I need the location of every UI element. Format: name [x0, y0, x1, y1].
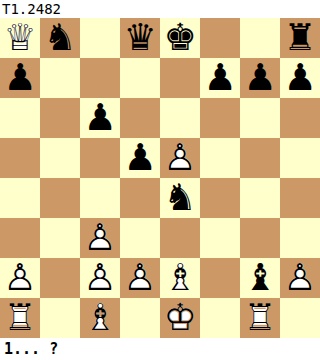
- square-g8[interactable]: [240, 18, 280, 58]
- square-d4[interactable]: [120, 178, 160, 218]
- piece-white-bishop: ♝♗: [80, 298, 120, 338]
- square-h1[interactable]: [280, 298, 320, 338]
- piece-outline: ♗: [80, 298, 120, 338]
- square-d2[interactable]: ♟♙: [120, 258, 160, 298]
- square-h3[interactable]: [280, 218, 320, 258]
- piece-white-pawn: ♟♙: [120, 258, 160, 298]
- square-f2[interactable]: [200, 258, 240, 298]
- square-b4[interactable]: [40, 178, 80, 218]
- piece-white-rook: ♜♖: [0, 298, 40, 338]
- square-c8[interactable]: [80, 18, 120, 58]
- square-c7[interactable]: [80, 58, 120, 98]
- piece-white-pawn: ♟♙: [160, 138, 200, 178]
- square-e6[interactable]: [160, 98, 200, 138]
- puzzle-id: T1.2482: [0, 1, 61, 17]
- square-e4[interactable]: ♞: [160, 178, 200, 218]
- square-f4[interactable]: [200, 178, 240, 218]
- square-d5[interactable]: ♟: [120, 138, 160, 178]
- piece-outline: ♗: [160, 258, 200, 298]
- square-d6[interactable]: [120, 98, 160, 138]
- piece-white-pawn: ♟♙: [80, 258, 120, 298]
- piece-outline: ♔: [160, 298, 200, 338]
- piece-white-pawn: ♟♙: [0, 258, 40, 298]
- piece-outline: ♙: [80, 258, 120, 298]
- square-f5[interactable]: [200, 138, 240, 178]
- piece-black-pawn: ♟: [80, 98, 120, 138]
- square-e7[interactable]: [160, 58, 200, 98]
- piece-black-knight: ♞: [40, 18, 80, 58]
- piece-black-pawn: ♟: [0, 58, 40, 98]
- piece-black-rook: ♜: [280, 18, 320, 58]
- square-b7[interactable]: [40, 58, 80, 98]
- square-a7[interactable]: ♟: [0, 58, 40, 98]
- square-b6[interactable]: [40, 98, 80, 138]
- piece-outline: ♙: [80, 218, 120, 258]
- piece-outline: ♕: [0, 18, 40, 58]
- square-d8[interactable]: ♛: [120, 18, 160, 58]
- square-a3[interactable]: [0, 218, 40, 258]
- square-g6[interactable]: [240, 98, 280, 138]
- piece-black-bishop: ♝: [240, 258, 280, 298]
- square-h6[interactable]: [280, 98, 320, 138]
- square-c3[interactable]: ♟♙: [80, 218, 120, 258]
- square-e1[interactable]: ♚♔: [160, 298, 200, 338]
- square-b1[interactable]: [40, 298, 80, 338]
- square-b5[interactable]: [40, 138, 80, 178]
- piece-outline: ♙: [160, 138, 200, 178]
- square-a8[interactable]: ♛♕: [0, 18, 40, 58]
- piece-white-rook: ♜♖: [240, 298, 280, 338]
- square-h8[interactable]: ♜: [280, 18, 320, 58]
- piece-black-pawn: ♟: [280, 58, 320, 98]
- square-g3[interactable]: [240, 218, 280, 258]
- square-b3[interactable]: [40, 218, 80, 258]
- piece-black-pawn: ♟: [200, 58, 240, 98]
- piece-black-king: ♚: [160, 18, 200, 58]
- chess-board: ♛♕♞♛♚♜♟♟♟♟♟♟♟♙♞♟♙♟♙♟♙♟♙♝♗♝♟♙♜♖♝♗♚♔♜♖: [0, 18, 320, 338]
- piece-black-knight: ♞: [160, 178, 200, 218]
- square-h2[interactable]: ♟♙: [280, 258, 320, 298]
- square-a1[interactable]: ♜♖: [0, 298, 40, 338]
- square-f6[interactable]: [200, 98, 240, 138]
- square-h5[interactable]: [280, 138, 320, 178]
- square-b2[interactable]: [40, 258, 80, 298]
- square-h7[interactable]: ♟: [280, 58, 320, 98]
- square-a5[interactable]: [0, 138, 40, 178]
- piece-black-pawn: ♟: [120, 138, 160, 178]
- piece-outline: ♙: [280, 258, 320, 298]
- square-f1[interactable]: [200, 298, 240, 338]
- square-d7[interactable]: [120, 58, 160, 98]
- piece-black-queen: ♛: [120, 18, 160, 58]
- piece-white-king: ♚♔: [160, 298, 200, 338]
- piece-outline: ♙: [120, 258, 160, 298]
- status-bar: 1... ?: [0, 338, 320, 360]
- square-c6[interactable]: ♟: [80, 98, 120, 138]
- piece-white-bishop: ♝♗: [160, 258, 200, 298]
- square-a6[interactable]: [0, 98, 40, 138]
- square-e8[interactable]: ♚: [160, 18, 200, 58]
- square-e5[interactable]: ♟♙: [160, 138, 200, 178]
- square-d3[interactable]: [120, 218, 160, 258]
- square-c5[interactable]: [80, 138, 120, 178]
- square-g4[interactable]: [240, 178, 280, 218]
- square-c4[interactable]: [80, 178, 120, 218]
- square-a4[interactable]: [0, 178, 40, 218]
- square-h4[interactable]: [280, 178, 320, 218]
- piece-white-pawn: ♟♙: [80, 218, 120, 258]
- piece-outline: ♖: [240, 298, 280, 338]
- square-c1[interactable]: ♝♗: [80, 298, 120, 338]
- piece-outline: ♖: [0, 298, 40, 338]
- piece-black-pawn: ♟: [240, 58, 280, 98]
- piece-white-queen: ♛♕: [0, 18, 40, 58]
- square-g2[interactable]: ♝: [240, 258, 280, 298]
- square-c2[interactable]: ♟♙: [80, 258, 120, 298]
- square-e2[interactable]: ♝♗: [160, 258, 200, 298]
- piece-white-pawn: ♟♙: [280, 258, 320, 298]
- square-d1[interactable]: [120, 298, 160, 338]
- square-a2[interactable]: ♟♙: [0, 258, 40, 298]
- move-prompt: 1... ?: [0, 340, 58, 358]
- square-g1[interactable]: ♜♖: [240, 298, 280, 338]
- square-e3[interactable]: [160, 218, 200, 258]
- piece-outline: ♙: [0, 258, 40, 298]
- square-b8[interactable]: ♞: [40, 18, 80, 58]
- square-f8[interactable]: [200, 18, 240, 58]
- square-f7[interactable]: ♟: [200, 58, 240, 98]
- square-g7[interactable]: ♟: [240, 58, 280, 98]
- square-g5[interactable]: [240, 138, 280, 178]
- square-f3[interactable]: [200, 218, 240, 258]
